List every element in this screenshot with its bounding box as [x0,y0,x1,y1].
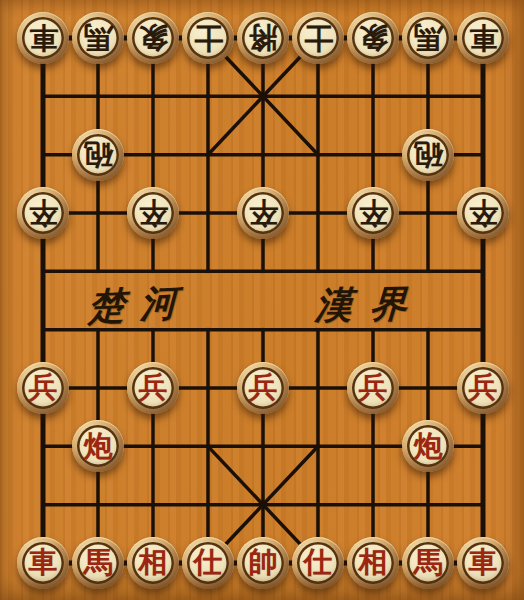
piece-face: 砲 [77,134,119,176]
piece-glyph: 炮 [84,432,113,461]
piece-glyph: 卒 [139,198,168,227]
piece-red-chariot[interactable]: 車 [457,537,509,589]
piece-face: 馬 [407,17,449,59]
piece-black-cannon[interactable]: 砲 [402,129,454,181]
piece-face: 將 [242,17,284,59]
piece-face: 兵 [242,367,284,409]
piece-glyph: 車 [29,23,58,52]
piece-glyph: 馬 [84,548,113,577]
piece-face: 卒 [132,192,174,234]
piece-glyph: 象 [139,23,168,52]
piece-face: 馬 [407,542,449,584]
piece-face: 仕 [187,542,229,584]
piece-glyph: 砲 [414,140,443,169]
piece-glyph: 馬 [414,548,443,577]
piece-face: 兵 [462,367,504,409]
piece-glyph: 仕 [194,548,223,577]
piece-black-horse[interactable]: 馬 [72,12,124,64]
piece-face: 卒 [242,192,284,234]
piece-glyph: 兵 [249,373,278,402]
piece-glyph: 帥 [249,548,278,577]
piece-red-soldier[interactable]: 兵 [17,362,69,414]
piece-face: 象 [132,17,174,59]
piece-glyph: 兵 [469,373,498,402]
piece-red-soldier[interactable]: 兵 [127,362,179,414]
piece-glyph: 卒 [29,198,58,227]
piece-glyph: 士 [194,23,223,52]
piece-glyph: 車 [469,548,498,577]
piece-red-chariot[interactable]: 車 [17,537,69,589]
piece-glyph: 兵 [29,373,58,402]
piece-black-soldier[interactable]: 卒 [347,187,399,239]
piece-glyph: 卒 [359,198,388,227]
piece-glyph: 炮 [414,432,443,461]
piece-glyph: 兵 [359,373,388,402]
piece-glyph: 車 [469,23,498,52]
piece-face: 卒 [22,192,64,234]
piece-face: 士 [297,17,339,59]
piece-face: 車 [22,17,64,59]
piece-black-advisor[interactable]: 士 [182,12,234,64]
piece-red-advisor[interactable]: 仕 [292,537,344,589]
piece-glyph: 兵 [139,373,168,402]
piece-face: 炮 [407,425,449,467]
piece-face: 車 [462,542,504,584]
piece-red-horse[interactable]: 馬 [402,537,454,589]
piece-glyph: 卒 [469,198,498,227]
piece-black-soldier[interactable]: 卒 [17,187,69,239]
piece-red-elephant[interactable]: 相 [127,537,179,589]
piece-face: 仕 [297,542,339,584]
piece-red-general[interactable]: 帥 [237,537,289,589]
piece-face: 車 [462,17,504,59]
piece-glyph: 將 [249,23,278,52]
piece-face: 砲 [407,134,449,176]
piece-black-cannon[interactable]: 砲 [72,129,124,181]
piece-black-soldier[interactable]: 卒 [457,187,509,239]
piece-glyph: 砲 [84,140,113,169]
piece-red-soldier[interactable]: 兵 [237,362,289,414]
piece-face: 卒 [352,192,394,234]
piece-face: 馬 [77,17,119,59]
piece-red-cannon[interactable]: 炮 [72,420,124,472]
piece-glyph: 馬 [414,23,443,52]
piece-red-advisor[interactable]: 仕 [182,537,234,589]
piece-glyph: 馬 [84,23,113,52]
piece-black-chariot[interactable]: 車 [17,12,69,64]
piece-face: 車 [22,542,64,584]
piece-face: 兵 [352,367,394,409]
xiangqi-screenshot: { "game": "xiangqi", "title": "Chinese C… [0,0,524,600]
piece-glyph: 相 [139,548,168,577]
piece-face: 卒 [462,192,504,234]
piece-face: 馬 [77,542,119,584]
piece-face: 帥 [242,542,284,584]
piece-black-elephant[interactable]: 象 [347,12,399,64]
piece-glyph: 士 [304,23,333,52]
xiangqi-board[interactable]: 車馬象士將士象馬車砲砲卒卒卒卒卒兵兵兵兵兵炮炮車馬相仕帥仕相馬車 [16,9,511,592]
piece-red-elephant[interactable]: 相 [347,537,399,589]
piece-red-horse[interactable]: 馬 [72,537,124,589]
piece-face: 兵 [132,367,174,409]
piece-black-soldier[interactable]: 卒 [237,187,289,239]
piece-face: 炮 [77,425,119,467]
piece-face: 象 [352,17,394,59]
piece-black-soldier[interactable]: 卒 [127,187,179,239]
piece-face: 兵 [22,367,64,409]
piece-face: 士 [187,17,229,59]
piece-glyph: 車 [29,548,58,577]
piece-red-soldier[interactable]: 兵 [457,362,509,414]
piece-red-soldier[interactable]: 兵 [347,362,399,414]
piece-face: 相 [352,542,394,584]
piece-black-chariot[interactable]: 車 [457,12,509,64]
piece-black-elephant[interactable]: 象 [127,12,179,64]
piece-glyph: 卒 [249,198,278,227]
piece-glyph: 象 [359,23,388,52]
piece-black-advisor[interactable]: 士 [292,12,344,64]
piece-black-general[interactable]: 將 [237,12,289,64]
piece-glyph: 相 [359,548,388,577]
piece-red-cannon[interactable]: 炮 [402,420,454,472]
piece-black-horse[interactable]: 馬 [402,12,454,64]
piece-glyph: 仕 [304,548,333,577]
piece-face: 相 [132,542,174,584]
